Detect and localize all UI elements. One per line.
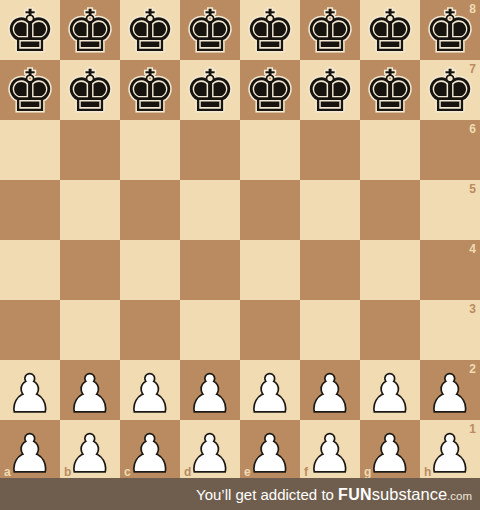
black-king: ♚ <box>364 2 416 60</box>
square-g4[interactable] <box>360 240 420 300</box>
black-king: ♚ <box>424 62 476 120</box>
square-f7[interactable]: ♚ <box>300 60 360 120</box>
white-pawn: ♟ <box>8 369 53 419</box>
square-g7[interactable]: ♚ <box>360 60 420 120</box>
brand-tld: .com <box>447 490 472 502</box>
square-e2[interactable]: ♟ <box>240 360 300 420</box>
square-h7[interactable]: ♚7 <box>420 60 480 120</box>
white-pawn: ♟ <box>68 369 113 419</box>
square-e3[interactable] <box>240 300 300 360</box>
square-g8[interactable]: ♚ <box>360 0 420 60</box>
square-e5[interactable] <box>240 180 300 240</box>
white-pawn: ♟ <box>188 369 233 419</box>
square-b2[interactable]: ♟ <box>60 360 120 420</box>
white-pawn: ♟ <box>128 369 173 419</box>
square-c2[interactable]: ♟ <box>120 360 180 420</box>
square-f5[interactable] <box>300 180 360 240</box>
square-a8[interactable]: ♚ <box>0 0 60 60</box>
square-b5[interactable] <box>60 180 120 240</box>
black-king: ♚ <box>124 62 176 120</box>
square-f6[interactable] <box>300 120 360 180</box>
watermark-text: You’ll get addicted to FUNsubstance.com <box>196 485 472 504</box>
black-king: ♚ <box>64 62 116 120</box>
square-e4[interactable] <box>240 240 300 300</box>
rank-label-6: 6 <box>469 123 476 135</box>
white-pawn: ♟ <box>188 429 233 479</box>
white-pawn: ♟ <box>68 429 113 479</box>
square-h5[interactable]: 5 <box>420 180 480 240</box>
square-d8[interactable]: ♚ <box>180 0 240 60</box>
square-b4[interactable] <box>60 240 120 300</box>
square-e6[interactable] <box>240 120 300 180</box>
black-king: ♚ <box>244 62 296 120</box>
white-pawn: ♟ <box>128 429 173 479</box>
black-king: ♚ <box>244 2 296 60</box>
square-b3[interactable] <box>60 300 120 360</box>
square-d5[interactable] <box>180 180 240 240</box>
square-d7[interactable]: ♚ <box>180 60 240 120</box>
black-king: ♚ <box>124 2 176 60</box>
square-b8[interactable]: ♚ <box>60 0 120 60</box>
white-pawn: ♟ <box>8 429 53 479</box>
square-a6[interactable] <box>0 120 60 180</box>
square-e1[interactable]: ♟e <box>240 420 300 480</box>
rank-label-3: 3 <box>469 303 476 315</box>
square-a3[interactable] <box>0 300 60 360</box>
white-pawn: ♟ <box>308 429 353 479</box>
white-pawn: ♟ <box>428 429 473 479</box>
square-h4[interactable]: 4 <box>420 240 480 300</box>
white-pawn: ♟ <box>368 369 413 419</box>
white-pawn: ♟ <box>368 429 413 479</box>
square-d3[interactable] <box>180 300 240 360</box>
white-pawn: ♟ <box>248 369 293 419</box>
square-e7[interactable]: ♚ <box>240 60 300 120</box>
black-king: ♚ <box>364 62 416 120</box>
square-c8[interactable]: ♚ <box>120 0 180 60</box>
square-b6[interactable] <box>60 120 120 180</box>
square-a4[interactable] <box>0 240 60 300</box>
black-king: ♚ <box>4 62 56 120</box>
chessboard: ♚♚♚♚♚♚♚♚8♚♚♚♚♚♚♚♚76543♟♟♟♟♟♟♟♟2♟a♟b♟c♟d♟… <box>0 0 480 480</box>
square-f1[interactable]: ♟f <box>300 420 360 480</box>
square-h1[interactable]: ♟1h <box>420 420 480 480</box>
square-h8[interactable]: ♚8 <box>420 0 480 60</box>
screenshot-root: ♚♚♚♚♚♚♚♚8♚♚♚♚♚♚♚♚76543♟♟♟♟♟♟♟♟2♟a♟b♟c♟d♟… <box>0 0 480 510</box>
square-g2[interactable]: ♟ <box>360 360 420 420</box>
square-f2[interactable]: ♟ <box>300 360 360 420</box>
square-b7[interactable]: ♚ <box>60 60 120 120</box>
brand-name-bold: FUN <box>338 486 372 504</box>
square-a2[interactable]: ♟ <box>0 360 60 420</box>
white-pawn: ♟ <box>248 429 293 479</box>
rank-label-5: 5 <box>469 183 476 195</box>
square-h2[interactable]: ♟2 <box>420 360 480 420</box>
square-f3[interactable] <box>300 300 360 360</box>
square-d2[interactable]: ♟ <box>180 360 240 420</box>
square-g6[interactable] <box>360 120 420 180</box>
square-c6[interactable] <box>120 120 180 180</box>
square-e8[interactable]: ♚ <box>240 0 300 60</box>
black-king: ♚ <box>304 2 356 60</box>
white-pawn: ♟ <box>308 369 353 419</box>
square-b1[interactable]: ♟b <box>60 420 120 480</box>
square-d4[interactable] <box>180 240 240 300</box>
brand-name-rest: substance <box>372 485 447 504</box>
square-g1[interactable]: ♟g <box>360 420 420 480</box>
square-a1[interactable]: ♟a <box>0 420 60 480</box>
black-king: ♚ <box>64 2 116 60</box>
square-a7[interactable]: ♚ <box>0 60 60 120</box>
black-king: ♚ <box>4 2 56 60</box>
watermark-bar: You’ll get addicted to FUNsubstance.com <box>0 478 480 510</box>
watermark-prefix: You’ll get addicted to <box>196 486 338 503</box>
square-g3[interactable] <box>360 300 420 360</box>
white-pawn: ♟ <box>428 369 473 419</box>
square-c4[interactable] <box>120 240 180 300</box>
square-c7[interactable]: ♚ <box>120 60 180 120</box>
black-king: ♚ <box>184 62 236 120</box>
black-king: ♚ <box>424 2 476 60</box>
square-c5[interactable] <box>120 180 180 240</box>
square-g5[interactable] <box>360 180 420 240</box>
black-king: ♚ <box>304 62 356 120</box>
square-a5[interactable] <box>0 180 60 240</box>
square-h6[interactable]: 6 <box>420 120 480 180</box>
rank-label-4: 4 <box>469 243 476 255</box>
square-d1[interactable]: ♟d <box>180 420 240 480</box>
square-f4[interactable] <box>300 240 360 300</box>
square-f8[interactable]: ♚ <box>300 0 360 60</box>
square-d6[interactable] <box>180 120 240 180</box>
square-c1[interactable]: ♟c <box>120 420 180 480</box>
square-h3[interactable]: 3 <box>420 300 480 360</box>
black-king: ♚ <box>184 2 236 60</box>
square-c3[interactable] <box>120 300 180 360</box>
